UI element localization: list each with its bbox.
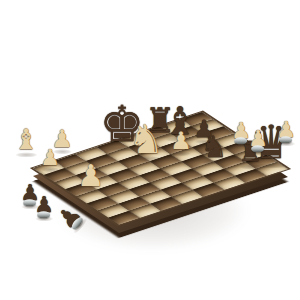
piece-shadow: [246, 149, 270, 156]
offboard-piece-light-bishop[interactable]: ♝: [13, 127, 38, 154]
pawn-icon: ♟: [78, 162, 105, 191]
piece-light-knight-e6[interactable]: ♞: [128, 120, 164, 158]
knight-icon: ♞: [201, 133, 228, 162]
offboard-piece-light-pawn[interactable]: ♟: [248, 129, 268, 152]
piece-light-pawn-a5[interactable]: ♟: [78, 162, 105, 191]
piece-shadow: [274, 140, 298, 147]
piece-shadow: [49, 148, 75, 155]
piece-shadow: [168, 150, 194, 157]
offboard-piece-light-pawn[interactable]: ♟: [276, 120, 296, 143]
product-photo-scene: ♚♜♝♟♞♜♛♟♟♟♞♟♝♟♟♟♟♟♟: [0, 0, 300, 300]
piece-shadow: [38, 166, 62, 173]
bishop-icon: ♝: [13, 127, 38, 154]
piece-light-pawn-f5[interactable]: ♟: [170, 130, 192, 153]
piece-light-pawn-b8[interactable]: ♟: [51, 128, 73, 151]
piece-shadow: [11, 151, 41, 158]
piece-shadow: [246, 162, 296, 169]
piece-shadow: [198, 158, 230, 165]
piece-shadow: [75, 187, 107, 194]
piece-dark-knight-g4[interactable]: ♞: [201, 133, 228, 162]
knight-icon: ♞: [128, 120, 164, 158]
piece-shadow: [124, 155, 167, 162]
